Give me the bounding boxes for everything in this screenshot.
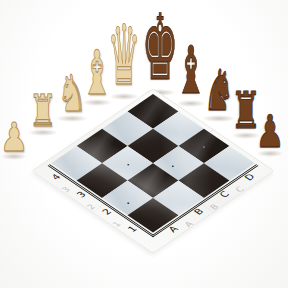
black-king[interactable]: ♚ [142, 2, 179, 93]
white-pawn[interactable]: ♟ [0, 117, 28, 157]
white-queen[interactable]: ♛ [107, 14, 140, 97]
ghost-file-label: B [209, 203, 221, 211]
ghost-rank-label: 3 [60, 186, 72, 194]
file-label-a: A [167, 225, 180, 234]
black-pawn[interactable]: ♟ [255, 109, 284, 154]
file-label-c: C [218, 190, 231, 199]
product-photo: ♟ ♜ ♞ ♝ ♛ ♚ ♝ ♞ ♜ ♟ [0, 0, 288, 288]
ghost-file-label: C [234, 186, 246, 194]
ghost-file-label: A [183, 220, 195, 228]
white-rook[interactable]: ♜ [29, 89, 57, 133]
ghost-rank-label: 1 [111, 220, 123, 228]
ghost-rank-label: 2 [86, 203, 98, 211]
file-label-b: B [192, 207, 205, 216]
file-label-d: D [243, 173, 257, 182]
